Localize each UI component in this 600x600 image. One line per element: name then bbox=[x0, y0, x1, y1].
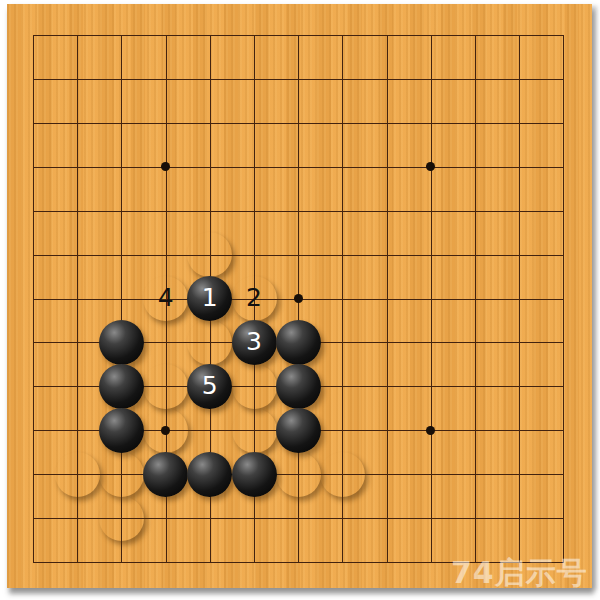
move-number-label: 1 bbox=[202, 285, 218, 310]
grid-line-vertical bbox=[431, 35, 432, 563]
grid-line-vertical bbox=[387, 35, 388, 563]
move-number-label: 2 bbox=[246, 285, 262, 310]
stone-white: 2 bbox=[232, 276, 277, 321]
star-point bbox=[426, 162, 435, 171]
stone-black bbox=[187, 452, 232, 497]
stone-white bbox=[187, 232, 232, 277]
stone-white bbox=[143, 364, 188, 409]
stone-white bbox=[187, 320, 232, 365]
stone-white bbox=[320, 452, 365, 497]
move-number-label: 5 bbox=[202, 373, 218, 398]
stone-black: 1 bbox=[187, 276, 232, 321]
stone-white bbox=[232, 408, 277, 453]
stone-white bbox=[276, 452, 321, 497]
star-point bbox=[294, 294, 303, 303]
page-background: 41235 74启示号 bbox=[0, 0, 600, 600]
move-number-label: 4 bbox=[158, 285, 174, 310]
star-point bbox=[161, 162, 170, 171]
stone-black: 3 bbox=[232, 320, 277, 365]
move-number-label: 3 bbox=[246, 329, 262, 354]
stone-black: 5 bbox=[187, 364, 232, 409]
star-point bbox=[426, 426, 435, 435]
stone-white bbox=[99, 452, 144, 497]
grid-line-vertical bbox=[475, 35, 476, 563]
stone-black bbox=[232, 452, 277, 497]
grid-line-vertical bbox=[563, 35, 564, 563]
stone-white bbox=[55, 452, 100, 497]
stone-white: 4 bbox=[143, 276, 188, 321]
stone-black bbox=[99, 320, 144, 365]
stone-black bbox=[99, 408, 144, 453]
stone-black bbox=[276, 408, 321, 453]
stone-white bbox=[99, 496, 144, 541]
grid-line-horizontal bbox=[33, 562, 564, 563]
stone-black bbox=[99, 364, 144, 409]
grid-line-vertical bbox=[519, 35, 520, 563]
stone-white bbox=[143, 408, 188, 453]
stone-white bbox=[232, 364, 277, 409]
stone-black bbox=[276, 364, 321, 409]
stone-black bbox=[143, 452, 188, 497]
go-board[interactable]: 41235 bbox=[7, 4, 592, 588]
stone-black bbox=[276, 320, 321, 365]
